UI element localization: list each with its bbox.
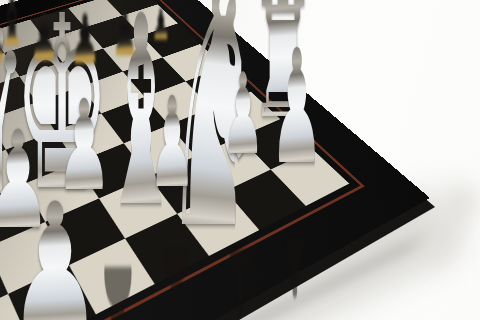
pieces-layer: ♛♚♝♞♜♟♟♟♟♟♟♝♟♟♟♟♟ <box>0 0 480 320</box>
black-pawn[interactable]: ♟ <box>0 10 7 70</box>
black-pawn[interactable]: ♟ <box>70 6 100 74</box>
white-pawn[interactable]: ♟ <box>222 58 264 170</box>
black-pawn[interactable]: ♟ <box>112 4 139 64</box>
white-pawn[interactable]: ♟ <box>270 28 324 186</box>
white-pawn[interactable]: ♟ <box>56 83 112 208</box>
black-pawn[interactable]: ♟ <box>30 6 59 70</box>
chess-set-photo: ♟♟♟♟♟ ♛♚♝♞♜♟♟♟♟♟♟♝♟♟♟♟♟ <box>0 0 480 320</box>
white-pawn[interactable]: ♟ <box>148 80 195 205</box>
black-pawn[interactable]: ♟ <box>152 4 171 46</box>
white-pawn[interactable]: ♟ <box>0 113 51 248</box>
